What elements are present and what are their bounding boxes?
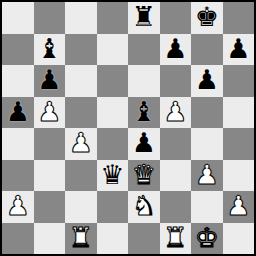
white-rook: ♜ (69, 224, 93, 251)
square-h1[interactable] (223, 223, 255, 255)
square-e8[interactable]: ♜ (128, 2, 160, 34)
square-c8[interactable] (65, 2, 97, 34)
black-pawn: ♟ (226, 35, 250, 62)
square-b7[interactable]: ♝ (34, 34, 66, 66)
square-a2[interactable]: ♟ (2, 191, 34, 223)
square-b1[interactable] (34, 223, 66, 255)
square-c1[interactable]: ♜ (65, 223, 97, 255)
black-bishop: ♝ (132, 98, 156, 125)
white-knight: ♞ (132, 192, 156, 219)
black-bishop: ♝ (37, 35, 61, 62)
square-f4[interactable] (160, 128, 192, 160)
square-d8[interactable] (97, 2, 129, 34)
white-pawn: ♟ (163, 98, 187, 125)
square-c5[interactable] (65, 97, 97, 129)
square-f2[interactable] (160, 191, 192, 223)
square-b6[interactable]: ♟ (34, 65, 66, 97)
white-pawn: ♟ (6, 192, 30, 219)
square-a6[interactable] (2, 65, 34, 97)
square-c6[interactable] (65, 65, 97, 97)
square-d3[interactable]: ♛ (97, 160, 129, 192)
square-b8[interactable] (34, 2, 66, 34)
square-e3[interactable]: ♛ (128, 160, 160, 192)
black-queen: ♛ (100, 161, 124, 188)
square-f8[interactable] (160, 2, 192, 34)
square-h2[interactable]: ♟ (223, 191, 255, 223)
square-h7[interactable]: ♟ (223, 34, 255, 66)
square-g1[interactable]: ♚ (191, 223, 223, 255)
square-a7[interactable] (2, 34, 34, 66)
square-f1[interactable]: ♜ (160, 223, 192, 255)
square-b4[interactable] (34, 128, 66, 160)
black-pawn: ♟ (37, 66, 61, 93)
square-a3[interactable] (2, 160, 34, 192)
white-pawn: ♟ (37, 98, 61, 125)
square-a8[interactable] (2, 2, 34, 34)
white-pawn: ♟ (69, 129, 93, 156)
black-pawn: ♟ (6, 98, 30, 125)
square-c3[interactable] (65, 160, 97, 192)
square-g3[interactable]: ♟ (191, 160, 223, 192)
square-h8[interactable] (223, 2, 255, 34)
square-d6[interactable] (97, 65, 129, 97)
square-e4[interactable]: ♟ (128, 128, 160, 160)
square-a1[interactable] (2, 223, 34, 255)
square-d7[interactable] (97, 34, 129, 66)
white-queen: ♛ (132, 161, 156, 188)
square-h3[interactable] (223, 160, 255, 192)
black-pawn: ♟ (132, 129, 156, 156)
square-d1[interactable] (97, 223, 129, 255)
square-d5[interactable] (97, 97, 129, 129)
square-g2[interactable] (191, 191, 223, 223)
black-pawn: ♟ (163, 35, 187, 62)
square-b2[interactable] (34, 191, 66, 223)
square-e6[interactable] (128, 65, 160, 97)
square-b5[interactable]: ♟ (34, 97, 66, 129)
white-pawn: ♟ (195, 161, 219, 188)
square-d4[interactable] (97, 128, 129, 160)
square-g6[interactable]: ♟ (191, 65, 223, 97)
square-e1[interactable] (128, 223, 160, 255)
square-h5[interactable] (223, 97, 255, 129)
square-c4[interactable]: ♟ (65, 128, 97, 160)
black-rook: ♜ (132, 3, 156, 30)
square-g4[interactable] (191, 128, 223, 160)
white-pawn: ♟ (226, 192, 250, 219)
black-pawn: ♟ (195, 66, 219, 93)
square-d2[interactable] (97, 191, 129, 223)
square-f6[interactable] (160, 65, 192, 97)
square-f7[interactable]: ♟ (160, 34, 192, 66)
square-a5[interactable]: ♟ (2, 97, 34, 129)
white-king: ♚ (195, 224, 219, 251)
square-c7[interactable] (65, 34, 97, 66)
square-a4[interactable] (2, 128, 34, 160)
square-g5[interactable] (191, 97, 223, 129)
square-f3[interactable] (160, 160, 192, 192)
chess-board: ♜♚♝♟♟♟♟♟♟♝♟♟♟♛♛♟♟♞♟♜♜♚ (0, 0, 256, 256)
square-g7[interactable] (191, 34, 223, 66)
white-rook: ♜ (163, 224, 187, 251)
black-king: ♚ (195, 3, 219, 30)
square-e7[interactable] (128, 34, 160, 66)
square-h4[interactable] (223, 128, 255, 160)
square-b3[interactable] (34, 160, 66, 192)
square-f5[interactable]: ♟ (160, 97, 192, 129)
square-e2[interactable]: ♞ (128, 191, 160, 223)
square-c2[interactable] (65, 191, 97, 223)
square-g8[interactable]: ♚ (191, 2, 223, 34)
square-e5[interactable]: ♝ (128, 97, 160, 129)
square-h6[interactable] (223, 65, 255, 97)
